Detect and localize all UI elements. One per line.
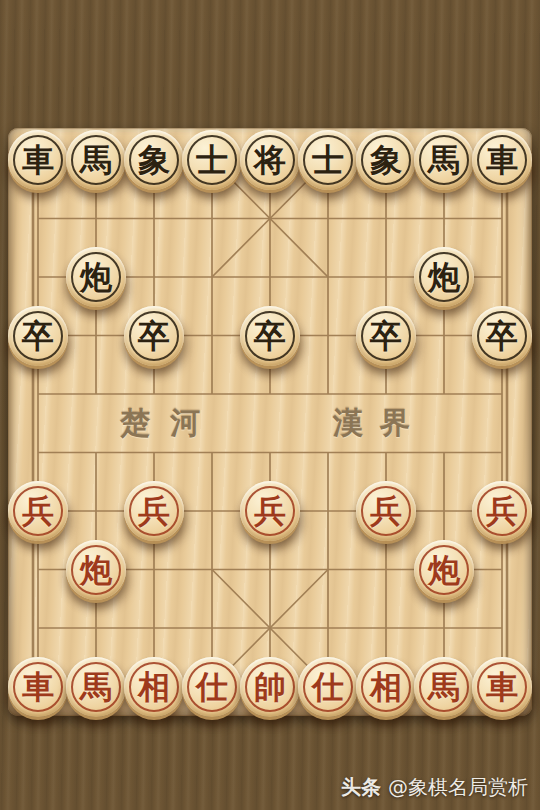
piece-glyph: 兵: [472, 481, 532, 541]
piece-red-chariot[interactable]: 車: [8, 657, 68, 717]
piece-black-elephant[interactable]: 象: [124, 130, 184, 190]
piece-red-advisor[interactable]: 仕: [182, 657, 242, 717]
piece-glyph: 炮: [414, 540, 474, 600]
watermark: 头条@象棋名局赏析: [341, 773, 528, 801]
piece-red-elephant[interactable]: 相: [356, 657, 416, 717]
piece-glyph: 馬: [66, 657, 126, 717]
piece-black-horse[interactable]: 馬: [66, 130, 126, 190]
piece-glyph: 車: [472, 130, 532, 190]
piece-glyph: 馬: [414, 130, 474, 190]
piece-red-elephant[interactable]: 相: [124, 657, 184, 717]
piece-glyph: 車: [8, 657, 68, 717]
watermark-handle: @象棋名局赏析: [388, 775, 528, 799]
piece-black-soldier[interactable]: 卒: [356, 306, 416, 366]
watermark-brand: 头条: [341, 775, 381, 799]
piece-red-chariot[interactable]: 車: [472, 657, 532, 717]
piece-glyph: 兵: [8, 481, 68, 541]
piece-glyph: 炮: [414, 247, 474, 307]
piece-glyph: 仕: [182, 657, 242, 717]
piece-glyph: 車: [8, 130, 68, 190]
piece-black-advisor[interactable]: 士: [298, 130, 358, 190]
piece-glyph: 士: [298, 130, 358, 190]
piece-black-horse[interactable]: 馬: [414, 130, 474, 190]
piece-red-soldier[interactable]: 兵: [8, 481, 68, 541]
piece-glyph: 炮: [66, 540, 126, 600]
app-screen: 楚河 漢界 車馬象士将士象馬車炮炮卒卒卒卒卒兵兵兵兵兵炮炮車馬相仕帥仕相馬車 头…: [0, 0, 540, 810]
piece-glyph: 卒: [472, 306, 532, 366]
piece-black-general[interactable]: 将: [240, 130, 300, 190]
piece-black-advisor[interactable]: 士: [182, 130, 242, 190]
piece-glyph: 馬: [66, 130, 126, 190]
piece-red-cannon[interactable]: 炮: [66, 540, 126, 600]
piece-black-chariot[interactable]: 車: [8, 130, 68, 190]
piece-red-horse[interactable]: 馬: [414, 657, 474, 717]
piece-glyph: 兵: [124, 481, 184, 541]
piece-glyph: 仕: [298, 657, 358, 717]
piece-red-general[interactable]: 帥: [240, 657, 300, 717]
piece-black-soldier[interactable]: 卒: [240, 306, 300, 366]
piece-glyph: 卒: [240, 306, 300, 366]
pieces-layer: 車馬象士将士象馬車炮炮卒卒卒卒卒兵兵兵兵兵炮炮車馬相仕帥仕相馬車: [8, 128, 532, 716]
piece-black-soldier[interactable]: 卒: [472, 306, 532, 366]
piece-black-chariot[interactable]: 車: [472, 130, 532, 190]
piece-glyph: 帥: [240, 657, 300, 717]
piece-glyph: 卒: [356, 306, 416, 366]
piece-black-soldier[interactable]: 卒: [124, 306, 184, 366]
piece-glyph: 兵: [240, 481, 300, 541]
piece-black-cannon[interactable]: 炮: [414, 247, 474, 307]
piece-glyph: 相: [356, 657, 416, 717]
piece-glyph: 車: [472, 657, 532, 717]
piece-black-soldier[interactable]: 卒: [8, 306, 68, 366]
piece-black-cannon[interactable]: 炮: [66, 247, 126, 307]
piece-red-soldier[interactable]: 兵: [124, 481, 184, 541]
piece-glyph: 卒: [124, 306, 184, 366]
xiangqi-board[interactable]: 楚河 漢界 車馬象士将士象馬車炮炮卒卒卒卒卒兵兵兵兵兵炮炮車馬相仕帥仕相馬車: [8, 128, 532, 716]
piece-red-cannon[interactable]: 炮: [414, 540, 474, 600]
piece-red-horse[interactable]: 馬: [66, 657, 126, 717]
piece-glyph: 兵: [356, 481, 416, 541]
piece-glyph: 士: [182, 130, 242, 190]
piece-red-soldier[interactable]: 兵: [240, 481, 300, 541]
piece-red-soldier[interactable]: 兵: [472, 481, 532, 541]
piece-glyph: 相: [124, 657, 184, 717]
piece-glyph: 馬: [414, 657, 474, 717]
piece-red-soldier[interactable]: 兵: [356, 481, 416, 541]
piece-glyph: 将: [240, 130, 300, 190]
piece-glyph: 象: [356, 130, 416, 190]
piece-black-elephant[interactable]: 象: [356, 130, 416, 190]
piece-glyph: 卒: [8, 306, 68, 366]
piece-glyph: 炮: [66, 247, 126, 307]
piece-red-advisor[interactable]: 仕: [298, 657, 358, 717]
piece-glyph: 象: [124, 130, 184, 190]
